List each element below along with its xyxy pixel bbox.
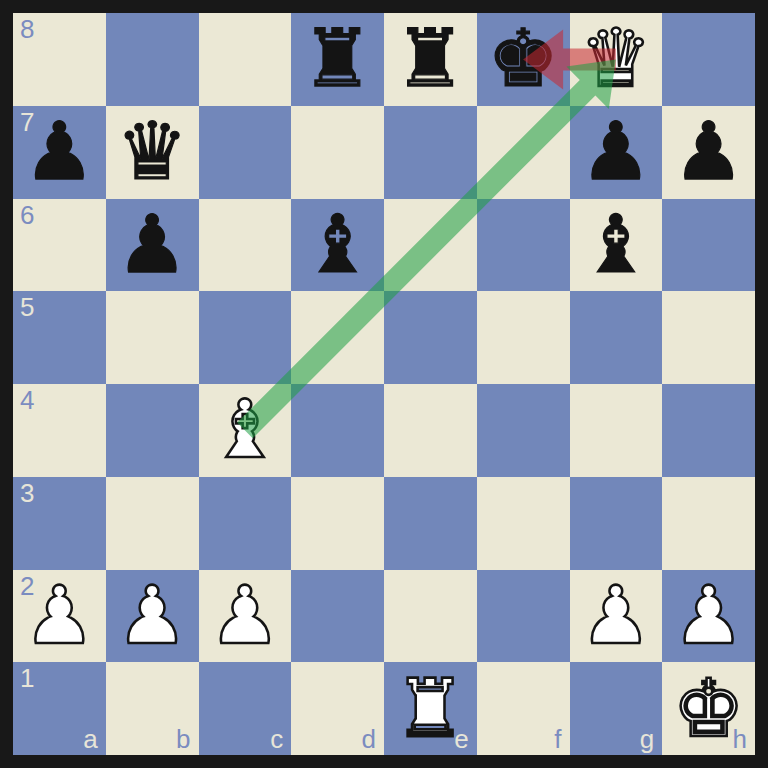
square-b4[interactable] — [106, 384, 199, 477]
square-c4[interactable]: ♝ — [199, 384, 292, 477]
square-f8[interactable]: ♚ — [477, 13, 570, 106]
square-e6[interactable] — [384, 199, 477, 292]
black-queen[interactable]: ♛ — [106, 106, 199, 199]
white-pawn[interactable]: ♟ — [199, 570, 292, 663]
black-pawn[interactable]: ♟ — [570, 106, 663, 199]
square-e8[interactable]: ♜ — [384, 13, 477, 106]
square-f6[interactable] — [477, 199, 570, 292]
square-g1[interactable]: g — [570, 662, 663, 755]
white-pawn[interactable]: ♟ — [13, 570, 106, 663]
square-h5[interactable] — [662, 291, 755, 384]
square-e2[interactable] — [384, 570, 477, 663]
square-h4[interactable] — [662, 384, 755, 477]
square-g5[interactable] — [570, 291, 663, 384]
black-bishop[interactable]: ♝ — [291, 199, 384, 292]
square-h3[interactable] — [662, 477, 755, 570]
white-queen[interactable]: ♛ — [570, 13, 663, 106]
black-rook[interactable]: ♜ — [384, 13, 477, 106]
square-g8[interactable]: ♛ — [570, 13, 663, 106]
black-pawn[interactable]: ♟ — [13, 106, 106, 199]
square-g7[interactable]: ♟ — [570, 106, 663, 199]
white-rook[interactable]: ♜ — [384, 662, 477, 755]
white-pawn[interactable]: ♟ — [570, 570, 663, 663]
square-g3[interactable] — [570, 477, 663, 570]
black-pawn[interactable]: ♟ — [106, 199, 199, 292]
square-f5[interactable] — [477, 291, 570, 384]
square-e3[interactable] — [384, 477, 477, 570]
square-d6[interactable]: ♝ — [291, 199, 384, 292]
black-bishop[interactable]: ♝ — [570, 199, 663, 292]
file-label-g: g — [640, 726, 654, 752]
square-d4[interactable] — [291, 384, 384, 477]
white-bishop[interactable]: ♝ — [199, 384, 292, 477]
square-h6[interactable] — [662, 199, 755, 292]
square-f4[interactable] — [477, 384, 570, 477]
square-h7[interactable]: ♟ — [662, 106, 755, 199]
chess-board: 8♜♜♚♛7♟♛♟♟6♟♝♝54♝32♟♟♟♟♟1abcde♜fgh♚ — [13, 13, 755, 755]
square-c6[interactable] — [199, 199, 292, 292]
square-a4[interactable]: 4 — [13, 384, 106, 477]
square-a5[interactable]: 5 — [13, 291, 106, 384]
square-f2[interactable] — [477, 570, 570, 663]
square-e4[interactable] — [384, 384, 477, 477]
square-d1[interactable]: d — [291, 662, 384, 755]
rank-label-5: 5 — [20, 294, 34, 320]
square-a1[interactable]: 1a — [13, 662, 106, 755]
square-d2[interactable] — [291, 570, 384, 663]
rank-label-8: 8 — [20, 16, 34, 42]
square-b8[interactable] — [106, 13, 199, 106]
square-c1[interactable]: c — [199, 662, 292, 755]
white-pawn[interactable]: ♟ — [106, 570, 199, 663]
square-b7[interactable]: ♛ — [106, 106, 199, 199]
square-e1[interactable]: e♜ — [384, 662, 477, 755]
square-g2[interactable]: ♟ — [570, 570, 663, 663]
black-pawn[interactable]: ♟ — [662, 106, 755, 199]
square-b2[interactable]: ♟ — [106, 570, 199, 663]
white-pawn[interactable]: ♟ — [662, 570, 755, 663]
square-h8[interactable] — [662, 13, 755, 106]
square-e5[interactable] — [384, 291, 477, 384]
square-f1[interactable]: f — [477, 662, 570, 755]
square-h2[interactable]: ♟ — [662, 570, 755, 663]
file-label-f: f — [554, 726, 561, 752]
square-a2[interactable]: 2♟ — [13, 570, 106, 663]
square-g6[interactable]: ♝ — [570, 199, 663, 292]
square-c7[interactable] — [199, 106, 292, 199]
square-c5[interactable] — [199, 291, 292, 384]
black-rook[interactable]: ♜ — [291, 13, 384, 106]
square-a7[interactable]: 7♟ — [13, 106, 106, 199]
square-c2[interactable]: ♟ — [199, 570, 292, 663]
square-c8[interactable] — [199, 13, 292, 106]
white-king[interactable]: ♚ — [662, 662, 755, 755]
file-label-c: c — [270, 726, 283, 752]
square-a6[interactable]: 6 — [13, 199, 106, 292]
square-a8[interactable]: 8 — [13, 13, 106, 106]
square-d3[interactable] — [291, 477, 384, 570]
square-d8[interactable]: ♜ — [291, 13, 384, 106]
black-king[interactable]: ♚ — [477, 13, 570, 106]
square-d5[interactable] — [291, 291, 384, 384]
square-f3[interactable] — [477, 477, 570, 570]
square-e7[interactable] — [384, 106, 477, 199]
file-label-d: d — [362, 726, 376, 752]
file-label-a: a — [83, 726, 97, 752]
square-b3[interactable] — [106, 477, 199, 570]
square-b6[interactable]: ♟ — [106, 199, 199, 292]
rank-label-6: 6 — [20, 202, 34, 228]
square-b1[interactable]: b — [106, 662, 199, 755]
rank-label-4: 4 — [20, 387, 34, 413]
square-c3[interactable] — [199, 477, 292, 570]
rank-label-3: 3 — [20, 480, 34, 506]
square-f7[interactable] — [477, 106, 570, 199]
square-a3[interactable]: 3 — [13, 477, 106, 570]
square-b5[interactable] — [106, 291, 199, 384]
rank-label-1: 1 — [20, 665, 34, 691]
file-label-b: b — [176, 726, 190, 752]
square-g4[interactable] — [570, 384, 663, 477]
square-d7[interactable] — [291, 106, 384, 199]
square-h1[interactable]: h♚ — [662, 662, 755, 755]
